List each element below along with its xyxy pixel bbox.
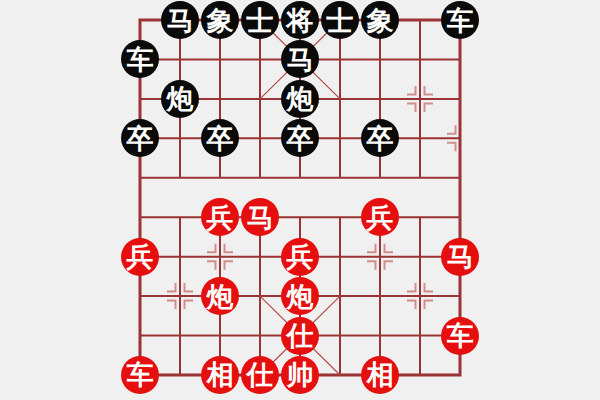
red-advisor[interactable]: 仕	[281, 317, 319, 355]
black-elephant[interactable]: 象	[201, 1, 239, 39]
black-horse[interactable]: 马	[161, 1, 199, 39]
red-soldier[interactable]: 兵	[281, 238, 319, 276]
red-cannon[interactable]: 炮	[281, 277, 319, 315]
red-advisor[interactable]: 仕	[241, 356, 279, 394]
red-soldier[interactable]: 兵	[201, 198, 239, 236]
xiangqi-board: 马象士将士象车车马炮炮卒卒卒卒兵马兵兵兵马炮炮仕车车相仕帅相	[0, 0, 600, 400]
black-chariot[interactable]: 车	[121, 40, 159, 78]
black-cannon[interactable]: 炮	[281, 80, 319, 118]
black-horse[interactable]: 马	[281, 40, 319, 78]
red-horse[interactable]: 马	[441, 238, 479, 276]
red-cannon[interactable]: 炮	[201, 277, 239, 315]
black-soldier[interactable]: 卒	[361, 119, 399, 157]
red-elephant[interactable]: 相	[361, 356, 399, 394]
red-horse[interactable]: 马	[241, 198, 279, 236]
piece-grid: 马象士将士象车车马炮炮卒卒卒卒兵马兵兵兵马炮炮仕车车相仕帅相	[120, 0, 480, 394]
black-cannon[interactable]: 炮	[161, 80, 199, 118]
black-chariot[interactable]: 车	[441, 1, 479, 39]
red-chariot[interactable]: 车	[121, 356, 159, 394]
red-soldier[interactable]: 兵	[121, 238, 159, 276]
red-soldier[interactable]: 兵	[361, 198, 399, 236]
red-chariot[interactable]: 车	[441, 317, 479, 355]
black-general[interactable]: 将	[281, 1, 319, 39]
black-soldier[interactable]: 卒	[281, 119, 319, 157]
black-advisor[interactable]: 士	[241, 1, 279, 39]
red-general[interactable]: 帅	[281, 356, 319, 394]
black-elephant[interactable]: 象	[361, 1, 399, 39]
red-elephant[interactable]: 相	[201, 356, 239, 394]
black-advisor[interactable]: 士	[321, 1, 359, 39]
black-soldier[interactable]: 卒	[201, 119, 239, 157]
black-soldier[interactable]: 卒	[121, 119, 159, 157]
